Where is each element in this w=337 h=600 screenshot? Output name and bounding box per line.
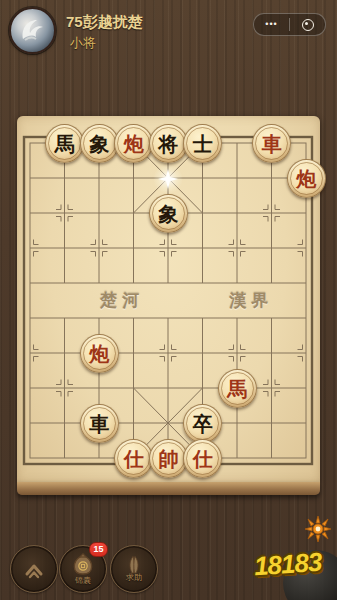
piece-red-炮[interactable]: 炮 <box>114 124 153 163</box>
piece-red-仕[interactable]: 仕 <box>114 439 153 478</box>
help-button[interactable]: 求助 <box>110 545 158 593</box>
exit-target-icon[interactable] <box>290 19 325 31</box>
piece-red-仕[interactable]: 仕 <box>183 439 222 478</box>
piece-red-炮[interactable]: 炮 <box>80 334 119 373</box>
piece-red-炮[interactable]: 炮 <box>287 159 326 198</box>
chevron-up-icon <box>20 555 48 583</box>
hints-label: 锦囊 <box>75 575 91 586</box>
piece-red-馬[interactable]: 馬 <box>218 369 257 408</box>
level-title: 75彭越扰楚 <box>66 13 143 32</box>
piece-black-卒[interactable]: 卒 <box>183 404 222 443</box>
watermark-18183: 18183 <box>217 510 337 600</box>
miniprogram-capsule: ••• <box>253 13 326 36</box>
avatar-art <box>15 13 50 48</box>
watermark-text: 18183 <box>253 547 322 583</box>
piece-black-車[interactable]: 車 <box>80 404 119 443</box>
piece-black-将[interactable]: 将 <box>149 124 188 163</box>
river-label-left: 楚河 <box>100 289 144 312</box>
piece-black-士[interactable]: 士 <box>183 124 222 163</box>
piece-black-象[interactable]: 象 <box>80 124 119 163</box>
piece-red-車[interactable]: 車 <box>252 124 291 163</box>
piece-red-帥[interactable]: 帥 <box>149 439 188 478</box>
sun-icon <box>303 514 333 544</box>
river-label-right: 漢界 <box>229 289 273 312</box>
board-edge <box>17 482 320 495</box>
rank-label: 小将 <box>70 34 96 52</box>
hints-button[interactable]: 锦囊 15 <box>59 545 107 593</box>
header: 75彭越扰楚 小将 ••• <box>0 0 337 58</box>
hints-badge: 15 <box>89 542 108 557</box>
more-icon[interactable]: ••• <box>254 14 289 35</box>
xiangqi-board[interactable] <box>17 116 320 482</box>
avatar <box>9 7 56 54</box>
watermark-sphere <box>283 550 337 600</box>
app-screen: 75彭越扰楚 小将 ••• 楚河 漢界 馬象炮将士車炮象炮馬車卒仕帥仕 锦囊 1… <box>0 0 337 600</box>
board-grid <box>17 116 320 482</box>
piece-black-馬[interactable]: 馬 <box>45 124 84 163</box>
piece-black-象[interactable]: 象 <box>149 194 188 233</box>
help-label: 求助 <box>126 572 142 583</box>
collapse-button[interactable] <box>10 545 58 593</box>
